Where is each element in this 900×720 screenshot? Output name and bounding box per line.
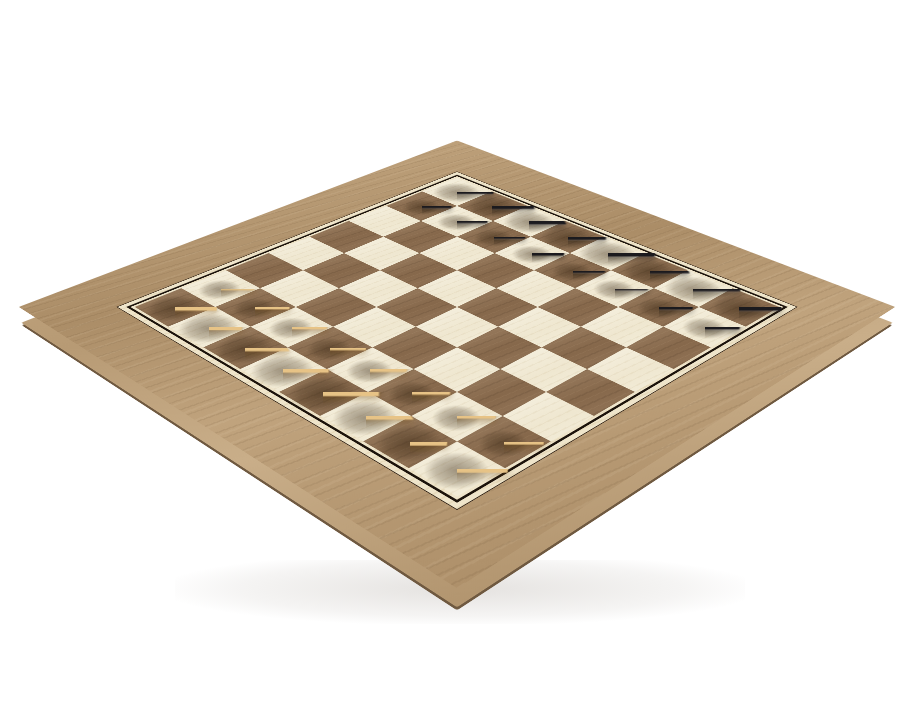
chess-set-photo: ♜♞♝♛♚♝♞♜♟♟♟♟♟♟♟♟♟♟♟♟♟♟♟♟♜♞♝♛♚♝♞♜ — [0, 0, 900, 720]
chess-board: ♜♞♝♛♚♝♞♜♟♟♟♟♟♟♟♟♟♟♟♟♟♟♟♟♜♞♝♛♚♝♞♜ — [19, 141, 896, 589]
